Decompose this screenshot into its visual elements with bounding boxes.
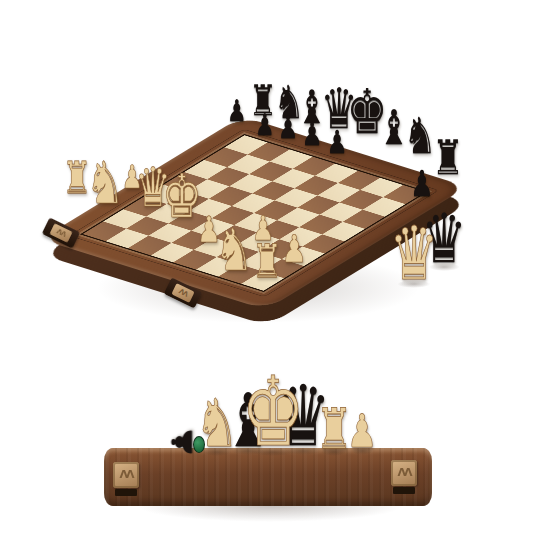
square-a4 [143, 185, 186, 204]
square-d7 [272, 169, 315, 188]
square-c5 [209, 186, 252, 205]
piece-black-queen: ♛ [275, 377, 331, 457]
piece-black-bishop-f8: ♝ [378, 105, 410, 151]
piece-contact-shadow [352, 447, 373, 455]
square-a1 [83, 222, 126, 241]
square-f8 [337, 171, 380, 190]
piece-black-pawn: ♟ [169, 425, 196, 459]
piece-black-king-e8: ♚ [346, 83, 387, 142]
square-f4 [256, 220, 299, 239]
closed-box-view: ΛΛ ΛΛ ♟♝♛♟♞♚♜ [0, 0, 533, 533]
square-g6 [319, 202, 362, 221]
square-h2 [261, 259, 304, 278]
piece-black-pawn-e7: ♟ [326, 127, 347, 157]
piece-white-rook: ♜ [315, 402, 352, 455]
piece-white-pawn-f2: ♟ [281, 231, 306, 267]
square-b4 [166, 192, 209, 211]
square-c3 [168, 211, 211, 230]
clasp-slot [115, 489, 137, 496]
piece-black-knight-g8: ♞ [403, 113, 436, 161]
square-h1 [241, 271, 284, 290]
piece-black-rook-a8: ♜ [249, 81, 277, 121]
brand-monogram-icon: ΛΛ [113, 462, 139, 488]
closed-chess-box: ΛΛ ΛΛ [104, 448, 432, 506]
square-d5 [231, 194, 274, 213]
board-frame [41, 116, 468, 310]
square-h7 [362, 197, 405, 216]
piece-white-queen: ♛ [389, 218, 438, 288]
brand-monogram-icon: ΛΛ [171, 283, 194, 303]
piece-black-queen: ♛ [421, 207, 466, 272]
square-a3 [123, 197, 166, 216]
square-h4 [302, 234, 345, 253]
square-e4 [234, 213, 277, 232]
piece-white-knight-b1: ♞ [86, 156, 124, 211]
square-b8 [247, 142, 290, 161]
square-d3 [191, 218, 234, 237]
square-b6 [206, 167, 249, 186]
square-h6 [342, 210, 385, 229]
square-b1 [105, 229, 148, 248]
piece-white-king: ♚ [241, 367, 305, 458]
square-c7 [249, 162, 292, 181]
brand-monogram-icon: ΛΛ [391, 460, 417, 486]
square-e2 [193, 238, 236, 257]
piece-black-bishop: ♝ [223, 385, 272, 455]
box-shadow [86, 484, 454, 528]
square-f6 [297, 195, 340, 214]
square-h3 [281, 247, 324, 266]
square-c2 [148, 224, 191, 243]
square-a7 [204, 148, 247, 167]
brand-monogram-icon: ΛΛ [49, 223, 72, 243]
piece-black-pawn-c7: ♟ [278, 113, 299, 142]
piece-black-queen-d8: ♛ [320, 82, 357, 135]
piece-black-pawn-a7: ♟ [227, 97, 247, 126]
brass-clasp: ΛΛ [391, 460, 417, 494]
piece-black-knight-b8: ♞ [274, 81, 305, 125]
square-c6 [229, 174, 272, 193]
brass-clasp: ΛΛ [113, 462, 139, 496]
piece-contact-shadow [202, 448, 232, 456]
square-d8 [292, 157, 335, 176]
square-g3 [259, 240, 302, 259]
square-f5 [277, 208, 320, 227]
chess-board [85, 44, 424, 383]
square-b2 [126, 216, 169, 235]
pawn-felt-base [193, 436, 205, 453]
board-edge [43, 132, 470, 326]
square-d6 [252, 181, 295, 200]
piece-white-rook-f1: ♜ [252, 240, 283, 284]
square-b7 [227, 155, 270, 174]
board-grid [80, 134, 428, 292]
square-f2 [216, 245, 259, 264]
piece-white-pawn-b2: ♟ [121, 162, 142, 192]
square-b5 [186, 179, 229, 198]
piece-white-pawn-c2: ♟ [197, 213, 221, 247]
square-e1 [173, 250, 216, 269]
square-g7 [340, 190, 383, 209]
piece-white-pawn: ♟ [347, 410, 378, 454]
piece-black-pawn-b7: ♟ [255, 111, 275, 140]
piece-white-king-d1: ♚ [162, 168, 202, 225]
piece-black-pawn-d7: ♟ [301, 119, 322, 149]
clasp-slot [393, 487, 415, 494]
open-board-view: ΛΛ ΛΛ ♜♞♟♝♛♚♟♟♝♟♟♞♜♟♜♟♞♛♚♟♟♟♛♞♜♛ [0, 0, 533, 533]
square-e8 [315, 164, 358, 183]
square-g1 [218, 264, 261, 283]
square-a6 [184, 160, 227, 179]
square-e6 [274, 188, 317, 207]
piece-white-knight: ♞ [195, 393, 239, 456]
pieces-layer-box: ♟♝♛♟♞♚♜ [0, 0, 533, 533]
piece-contact-shadow [231, 447, 264, 455]
square-a8 [224, 135, 267, 154]
piece-contact-shadow [284, 447, 322, 455]
square-c4 [189, 199, 232, 218]
piece-contact-shadow [251, 448, 294, 456]
square-g5 [299, 215, 342, 234]
square-d2 [171, 231, 214, 250]
piece-contact-shadow [429, 263, 460, 271]
pieces-layer-board: ♜♞♟♝♛♚♟♟♝♟♟♞♜♟♜♟♞♛♚♟♟♟♛♞♜♛ [0, 0, 533, 533]
square-e5 [254, 201, 297, 220]
square-d4 [211, 206, 254, 225]
square-a5 [164, 172, 207, 191]
square-c8 [269, 149, 312, 168]
piece-black-bishop-c8: ♝ [297, 86, 328, 130]
piece-white-pawn-e2: ♟ [252, 212, 275, 244]
square-g2 [239, 252, 282, 271]
board-shadow [28, 238, 488, 338]
square-h8 [382, 185, 425, 204]
piece-white-rook-a1: ♜ [62, 157, 91, 199]
brass-clasp-tab: ΛΛ [42, 217, 80, 248]
piece-contact-shadow [397, 280, 430, 288]
square-e3 [214, 225, 257, 244]
square-e7 [294, 176, 337, 195]
square-a2 [103, 209, 146, 228]
piece-contact-shadow [321, 448, 346, 456]
square-f1 [196, 257, 239, 276]
square-f7 [317, 183, 360, 202]
piece-white-queen-c1: ♛ [135, 162, 171, 213]
piece-black-rook-h8: ♜ [432, 135, 464, 181]
chess-set-product-photo: ΛΛ ΛΛ ♜♞♟♝♛♚♟♟♝♟♟♞♜♟♜♟♞♛♚♟♟♟♛♞♜♛ ΛΛ ΛΛ ♟… [0, 0, 533, 533]
square-d1 [151, 243, 194, 262]
square-g8 [360, 178, 403, 197]
square-c1 [128, 236, 171, 255]
square-g4 [279, 227, 322, 246]
square-h5 [322, 222, 365, 241]
piece-white-knight-e1: ♞ [215, 223, 253, 278]
brass-clasp-tab: ΛΛ [164, 277, 202, 308]
square-b3 [146, 204, 189, 223]
piece-black-pawn-g7: ♟ [410, 167, 434, 201]
square-f3 [236, 232, 279, 251]
